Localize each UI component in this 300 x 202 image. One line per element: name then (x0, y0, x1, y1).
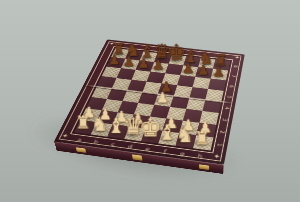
piece-black-pawn: ♟ (138, 56, 150, 69)
rank-label: 1 (211, 141, 230, 150)
rank-label: 4 (219, 104, 236, 112)
square-g5 (189, 87, 208, 100)
piece-black-pawn: ♟ (212, 65, 224, 79)
square-g7: ♟ (195, 67, 213, 79)
hinge-icon (76, 147, 86, 153)
file-label: c (103, 140, 123, 149)
file-label: a (70, 135, 90, 144)
clasp-icon (132, 154, 142, 160)
corner-ornament-icon: ✦ (232, 55, 241, 61)
piece-white-pawn: ♟ (156, 90, 169, 104)
file-label: f (155, 146, 175, 155)
square-f5 (174, 85, 193, 98)
piece-white-knight: ♞ (176, 125, 194, 145)
square-g1: ♞ (176, 133, 197, 148)
piece-black-pawn: ♟ (152, 58, 164, 71)
piece-white-rook: ♜ (194, 130, 210, 148)
piece-white-rook: ♜ (75, 115, 90, 132)
scene: ✦ ✦ ✦ ✦ ♜♞♝♛♚♝♞♜♟♟♟♟♟♟♟♟♟♟♟♟♟♟♟♟♜♞♝♛♚♝♞♜… (0, 0, 300, 202)
piece-black-pawn: ♟ (123, 55, 135, 68)
square-h1: ♜ (193, 135, 213, 150)
piece-black-pawn: ♟ (197, 63, 209, 76)
square-h5 (205, 89, 223, 102)
piece-black-pawn: ♟ (108, 53, 120, 66)
piece-black-pawn: ♟ (182, 61, 194, 74)
hinge-icon (199, 164, 209, 170)
rank-label: 6 (224, 83, 241, 90)
piece-white-bishop: ♝ (158, 122, 177, 143)
rank-label: 7 (226, 73, 242, 80)
square-h6 (208, 79, 226, 91)
rank-label: 5 (221, 93, 238, 100)
corner-ornament-icon: ✦ (211, 153, 223, 162)
photo-background: ✦ ✦ ✦ ✦ ♜♞♝♛♚♝♞♜♟♟♟♟♟♟♟♟♟♟♟♟♟♟♟♟♜♞♝♛♚♝♞♜… (0, 0, 300, 202)
piece-white-knight: ♞ (91, 115, 108, 135)
file-label: h (191, 151, 210, 160)
chess-board: ✦ ✦ ✦ ✦ ♜♞♝♛♚♝♞♜♟♟♟♟♟♟♟♟♟♟♟♟♟♟♟♟♜♞♝♛♚♝♞♜… (54, 39, 245, 164)
rank-label: 8 (228, 63, 244, 69)
file-label: d (121, 142, 141, 151)
rank-label: 2 (214, 128, 232, 136)
file-label: b (87, 137, 107, 146)
file-label: g (173, 149, 192, 158)
rank-label: 3 (216, 116, 234, 124)
file-label: e (138, 144, 158, 153)
